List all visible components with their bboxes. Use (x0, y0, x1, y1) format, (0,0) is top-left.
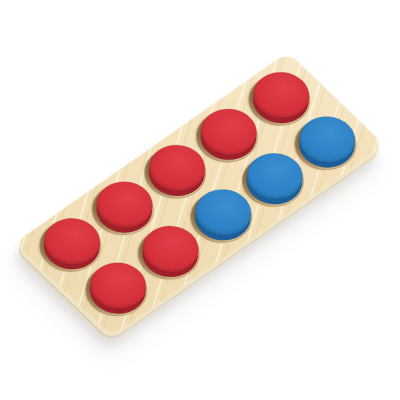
counting-board (14, 52, 385, 337)
photo-canvas (0, 0, 400, 400)
counting-board-grid (14, 52, 385, 337)
